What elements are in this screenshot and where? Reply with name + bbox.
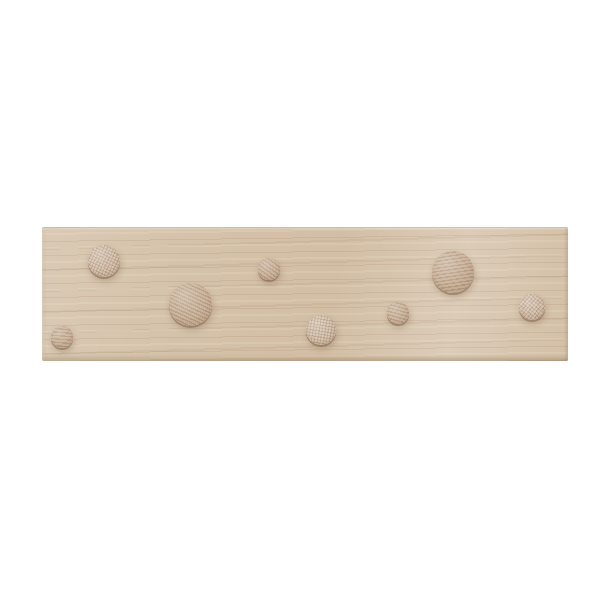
wooden-knob-4: [258, 258, 280, 280]
wooden-knob-8: [519, 294, 545, 320]
wooden-knob-1: [88, 245, 120, 277]
coat-rack-plank: [42, 227, 568, 361]
wooden-knob-6: [387, 302, 409, 324]
wooden-knob-7: [432, 251, 474, 293]
product-photo-canvas: [0, 0, 600, 600]
wooden-knob-2: [51, 326, 73, 348]
wooden-knob-3: [169, 283, 212, 326]
wooden-knob-5: [306, 315, 336, 345]
